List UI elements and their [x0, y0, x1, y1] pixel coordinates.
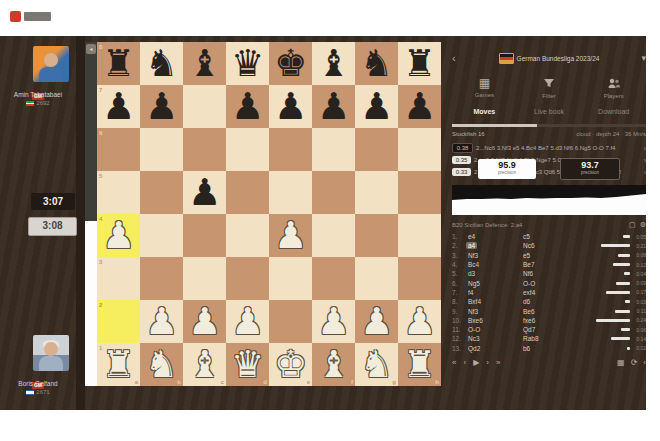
square-f3[interactable]: [312, 257, 355, 300]
black-pawn[interactable]: ♟: [403, 85, 436, 128]
rank-label: 4: [99, 216, 102, 222]
square-f1[interactable]: f♝: [312, 343, 355, 386]
black-knight[interactable]: ♞: [360, 42, 393, 85]
black-move[interactable]: fxe6: [521, 317, 537, 324]
square-h5[interactable]: [398, 171, 441, 214]
square-a7[interactable]: 7♟: [97, 85, 140, 128]
white-move[interactable]: Qd2: [466, 345, 482, 352]
black-pawn[interactable]: ♟: [360, 85, 393, 128]
move-time: 0:08: [576, 252, 646, 258]
black-move[interactable]: Nc6: [521, 242, 537, 249]
move-number: 12.: [452, 335, 466, 342]
square-g2[interactable]: ♟: [355, 300, 398, 343]
move-number: 2.: [452, 242, 466, 249]
square-a4[interactable]: 4♟: [97, 214, 140, 257]
play-button[interactable]: ▶: [473, 358, 479, 367]
white-pawn[interactable]: ♟: [231, 300, 264, 343]
white-pawn[interactable]: ♟: [145, 300, 178, 343]
square-h7[interactable]: ♟: [398, 85, 441, 128]
black-move-cell: Be7: [521, 261, 576, 268]
move-row: 13.Qd2b60:02: [452, 344, 646, 353]
move-number: 4.: [452, 261, 466, 268]
white-move-cell: Bxe6: [466, 317, 521, 324]
logo-text: [24, 12, 51, 21]
move-time: 0:05: [576, 234, 646, 240]
move-list: 1.e4c50:052.a4Nc60:213.Nf3e50:084.Bc4Be7…: [452, 232, 646, 353]
engine-header: Stockfish 16 cloud · depth 24 · 36 Mn/s: [452, 131, 646, 137]
square-b4[interactable]: [140, 214, 183, 257]
white-move-cell: f4: [466, 289, 521, 296]
move-row: 6.Ng5O-O0:09: [452, 278, 646, 287]
square-e5[interactable]: [269, 171, 312, 214]
square-b8[interactable]: ♞: [140, 42, 183, 85]
square-b1[interactable]: b♞: [140, 343, 183, 386]
white-player-clock: 3:08: [28, 217, 77, 236]
funnel-icon: [517, 77, 582, 93]
white-move-cell: Nc3: [466, 335, 521, 342]
square-e8[interactable]: ♚: [269, 42, 312, 85]
black-move-cell: Nf6: [521, 270, 576, 277]
black-pawn[interactable]: ♟: [145, 85, 178, 128]
white-move[interactable]: e4: [466, 233, 477, 240]
black-move[interactable]: d6: [521, 298, 532, 305]
square-f2[interactable]: ♟: [312, 300, 355, 343]
move-row: 5.d3Nf60:04: [452, 269, 646, 278]
white-move-cell: d3: [466, 270, 521, 277]
tab-moves[interactable]: Moves: [452, 108, 517, 115]
square-g1[interactable]: g♞: [355, 343, 398, 386]
move-time: 0:04: [576, 271, 646, 277]
rank-label: 3: [99, 259, 102, 265]
white-move-cell: e4: [466, 233, 521, 240]
white-pawn[interactable]: ♟: [317, 300, 350, 343]
square-e3[interactable]: [269, 257, 312, 300]
square-b6[interactable]: [140, 128, 183, 171]
square-h1[interactable]: h♜: [398, 343, 441, 386]
time-label: 0:12: [632, 262, 646, 268]
square-a8[interactable]: 8♜: [97, 42, 140, 85]
black-player-rating: 2692: [0, 100, 76, 106]
white-pawn[interactable]: ♟: [360, 300, 393, 343]
square-f7[interactable]: ♟: [312, 85, 355, 128]
engine-line[interactable]: 0.38 2...Nc6 3.Nf3 e5 4.Bc4 Be7 5.d3 Nf6…: [452, 142, 646, 154]
rank-label: 6: [99, 130, 102, 136]
first-move-button[interactable]: «: [452, 358, 456, 367]
collapse-board-handle[interactable]: ◂: [86, 44, 96, 54]
square-c7[interactable]: [183, 85, 226, 128]
time-bar: [621, 328, 630, 331]
file-label: f: [351, 379, 353, 385]
black-move-cell: Rab8: [521, 335, 576, 342]
square-e6[interactable]: [269, 128, 312, 171]
black-bishop[interactable]: ♝: [188, 42, 221, 85]
black-move[interactable]: Be7: [521, 261, 537, 268]
sidebar-divider: [76, 36, 85, 410]
file-label: h: [435, 379, 439, 385]
games-button[interactable]: ▦ Games: [452, 76, 517, 99]
board-grid-icon: ▦: [452, 76, 517, 92]
black-move[interactable]: Qd7: [521, 326, 537, 333]
time-label: 0:02: [632, 345, 646, 351]
filter-button[interactable]: Filter: [517, 76, 582, 99]
move-list-header: B20 Sicilian Defence: 2.a4 ▢ ⚙: [452, 221, 646, 229]
square-e7[interactable]: ♟: [269, 85, 312, 128]
expand-icon[interactable]: ▢: [629, 221, 636, 229]
move-number: 7.: [452, 289, 466, 296]
square-c8[interactable]: ♝: [183, 42, 226, 85]
white-pawn[interactable]: ♟: [188, 300, 221, 343]
square-a5[interactable]: 5: [97, 171, 140, 214]
black-knight[interactable]: ♞: [145, 42, 178, 85]
engine-name[interactable]: Stockfish 16: [452, 131, 485, 137]
move-time: 0:17: [576, 289, 646, 295]
square-b3[interactable]: [140, 257, 183, 300]
settings-icon[interactable]: ⚙: [640, 221, 646, 229]
black-move-cell: d6: [521, 298, 576, 305]
square-a2[interactable]: 2: [97, 300, 140, 343]
rank-label: 1: [99, 345, 102, 351]
next-move-button[interactable]: ›: [486, 358, 489, 367]
time-label: 0:17: [632, 289, 646, 295]
white-move-cell: a4: [466, 242, 521, 249]
file-label: a: [135, 379, 138, 385]
rank-label: 5: [99, 173, 102, 179]
file-label: c: [221, 379, 224, 385]
black-move-cell: Be6: [521, 308, 576, 315]
square-c2[interactable]: ♟: [183, 300, 226, 343]
white-bishop[interactable]: ♝: [188, 343, 221, 386]
time-bar: [623, 235, 630, 238]
move-time: 0:12: [576, 262, 646, 268]
white-queen[interactable]: ♛: [231, 343, 264, 386]
file-label: d: [263, 379, 267, 385]
square-g7[interactable]: ♟: [355, 85, 398, 128]
last-move-button[interactable]: »: [496, 358, 500, 367]
move-row: 10.Bxe6fxe60:24: [452, 316, 646, 325]
square-h4[interactable]: [398, 214, 441, 257]
rank-label: 7: [99, 87, 102, 93]
move-number: 13.: [452, 345, 466, 352]
white-move-cell: Bc4: [466, 261, 521, 268]
square-c3[interactable]: [183, 257, 226, 300]
black-rook[interactable]: ♜: [403, 42, 436, 85]
black-pawn[interactable]: ♟: [102, 85, 135, 128]
white-move-cell: Nf3: [466, 252, 521, 259]
square-d1[interactable]: d♛: [226, 343, 269, 386]
file-label: g: [392, 379, 396, 385]
white-move[interactable]: Bxe6: [466, 317, 485, 324]
move-number: 11.: [452, 326, 466, 333]
white-player-rating: 2671: [0, 389, 76, 395]
square-c4[interactable]: [183, 214, 226, 257]
black-player-flag-icon: [26, 101, 34, 106]
white-move-cell: O-O: [466, 326, 521, 333]
square-h3[interactable]: [398, 257, 441, 300]
evaluation-bar-white: [85, 221, 97, 386]
white-move[interactable]: Nf3: [466, 252, 480, 259]
black-king[interactable]: ♚: [274, 42, 307, 85]
black-move-cell: O-O: [521, 280, 576, 287]
square-c5[interactable]: ♟: [183, 171, 226, 214]
move-row: 1.e4c50:05: [452, 232, 646, 241]
move-row: 12.Nc3Rab80:14: [452, 334, 646, 343]
square-b7[interactable]: ♟: [140, 85, 183, 128]
move-row: 11.O-OQd70:06: [452, 325, 646, 334]
black-move-cell: c5: [521, 233, 576, 240]
square-h8[interactable]: ♜: [398, 42, 441, 85]
time-label: 0:21: [632, 243, 646, 249]
black-move-cell: Qd7: [521, 326, 576, 333]
time-label: 0:08: [632, 252, 646, 258]
flip-board-icon[interactable]: ⟳: [631, 358, 638, 367]
eval-badge: 0.38: [452, 143, 473, 153]
square-d3[interactable]: [226, 257, 269, 300]
time-bar: [627, 347, 630, 350]
action-buttons: ▦ Games Filter: [452, 76, 646, 99]
square-f6[interactable]: [312, 128, 355, 171]
black-move-cell: e5: [521, 252, 576, 259]
square-g6[interactable]: [355, 128, 398, 171]
white-move[interactable]: Nf3: [466, 308, 480, 315]
move-time: 0:11: [576, 308, 646, 314]
move-row: 2.a4Nc60:21: [452, 241, 646, 250]
precision-row: 95.9 precision – 93.7 precision: [452, 158, 646, 180]
black-move[interactable]: Nf6: [521, 270, 535, 277]
time-bar: [601, 244, 630, 247]
square-h6[interactable]: [398, 128, 441, 171]
time-label: 0:24: [632, 317, 646, 323]
square-d5[interactable]: [226, 171, 269, 214]
prev-move-button[interactable]: ‹: [463, 358, 466, 367]
move-time: 0:24: [576, 317, 646, 323]
square-g5[interactable]: [355, 171, 398, 214]
black-pawn[interactable]: ♟: [317, 85, 350, 128]
move-number: 1.: [452, 233, 466, 240]
move-row: 8.Bxf4d60:03: [452, 297, 646, 306]
white-pawn[interactable]: ♟: [403, 300, 436, 343]
broadcast-header: ‹ German Bundesliga 2023/24 ▾: [452, 52, 646, 64]
chess-board[interactable]: 8♜♞♝♛♚♝♞♜7♟♟♟♟♟♟♟65♟4♟♟32♟♟♟♟♟♟1a♜b♞c♝d♛…: [97, 42, 441, 386]
time-label: 0:06: [632, 327, 646, 333]
expand-line-icon[interactable]: ›: [644, 145, 646, 152]
move-time: 0:21: [576, 243, 646, 249]
eval-graph-svg: [452, 185, 646, 215]
black-bishop[interactable]: ♝: [317, 42, 350, 85]
move-number: 10.: [452, 317, 466, 324]
move-row: 3.Nf3e50:08: [452, 251, 646, 260]
white-move[interactable]: d3: [466, 270, 477, 277]
time-label: 0:04: [632, 271, 646, 277]
tab-download[interactable]: Download: [581, 108, 646, 115]
black-move[interactable]: b6: [521, 345, 532, 352]
square-c6[interactable]: [183, 128, 226, 171]
white-precision: 95.9 precision: [478, 159, 536, 179]
analysis-progress-bar: [452, 124, 537, 127]
white-move[interactable]: Ng5: [466, 280, 482, 287]
black-player-clock: 3:07: [31, 193, 75, 210]
white-move[interactable]: a4: [466, 242, 477, 249]
white-move[interactable]: f4: [466, 289, 475, 296]
back-icon[interactable]: ‹: [452, 52, 466, 64]
move-row: 9.Nf3Be60:11: [452, 306, 646, 315]
time-bar: [596, 319, 630, 322]
white-move[interactable]: Nc3: [466, 335, 482, 342]
move-time: 0:06: [576, 327, 646, 333]
square-d4[interactable]: [226, 214, 269, 257]
time-bar: [611, 337, 630, 340]
time-bar: [613, 263, 630, 266]
square-f4[interactable]: [312, 214, 355, 257]
panel-tabs: Moves Live book Download: [452, 108, 646, 115]
avatar-white-player: [33, 335, 69, 371]
tab-live-book[interactable]: Live book: [517, 108, 582, 115]
time-label: 0:14: [632, 336, 646, 342]
time-label: 0:09: [632, 280, 646, 286]
square-b2[interactable]: ♟: [140, 300, 183, 343]
square-g8[interactable]: ♞: [355, 42, 398, 85]
move-time: 0:09: [576, 280, 646, 286]
white-pawn[interactable]: ♟: [274, 214, 307, 257]
square-d6[interactable]: [226, 128, 269, 171]
evaluation-graph[interactable]: [452, 185, 646, 215]
white-rook[interactable]: ♜: [403, 343, 436, 386]
avatar-black-player: [33, 46, 69, 82]
white-pawn[interactable]: ♟: [102, 214, 135, 257]
square-f8[interactable]: ♝: [312, 42, 355, 85]
white-bishop[interactable]: ♝: [317, 343, 350, 386]
white-move-cell: Ng5: [466, 280, 521, 287]
square-e1[interactable]: e♚: [269, 343, 312, 386]
black-move-cell: exf4: [521, 289, 576, 296]
black-rook[interactable]: ♜: [102, 42, 135, 85]
move-number: 8.: [452, 298, 466, 305]
black-queen[interactable]: ♛: [231, 42, 264, 85]
black-move[interactable]: c5: [521, 233, 532, 240]
file-label: e: [307, 379, 310, 385]
time-label: 0:11: [632, 308, 646, 314]
right-panel: ‹ German Bundesliga 2023/24 ▾ ▦ Games Fi…: [452, 36, 646, 410]
board-view-icon[interactable]: ▦: [617, 358, 625, 367]
event-selector[interactable]: German Bundesliga 2023/24: [466, 53, 632, 64]
white-move[interactable]: Bxf4: [466, 298, 483, 305]
opening-name: B20 Sicilian Defence: 2.a4: [452, 222, 629, 228]
white-move[interactable]: O-O: [466, 326, 482, 333]
black-move[interactable]: Be6: [521, 308, 537, 315]
time-bar: [624, 272, 630, 275]
white-move-cell: Nf3: [466, 308, 521, 315]
time-label: 0:03: [632, 299, 646, 305]
file-label: b: [177, 379, 181, 385]
engine-info: cloud · depth 24 · 36 Mn/s: [576, 131, 646, 137]
move-time: 0:03: [576, 299, 646, 305]
black-move[interactable]: e5: [521, 252, 532, 259]
move-number: 9.: [452, 308, 466, 315]
white-player-name[interactable]: Boris Gelfand: [0, 380, 76, 388]
black-move[interactable]: Rab8: [521, 335, 541, 342]
black-pawn[interactable]: ♟: [231, 85, 264, 128]
record-icon: [10, 11, 21, 22]
square-d2[interactable]: ♟: [226, 300, 269, 343]
square-h2[interactable]: ♟: [398, 300, 441, 343]
square-g4[interactable]: [355, 214, 398, 257]
players-button[interactable]: Players: [581, 76, 646, 99]
time-bar: [618, 254, 630, 257]
precision-dash: –: [546, 166, 550, 173]
time-bar: [616, 282, 630, 285]
black-move-cell: fxe6: [521, 317, 576, 324]
black-player-name[interactable]: Amin Tabatabaei: [0, 91, 76, 99]
move-number: 6.: [452, 280, 466, 287]
square-b5[interactable]: [140, 171, 183, 214]
black-pawn[interactable]: ♟: [274, 85, 307, 128]
white-rook[interactable]: ♜: [102, 343, 135, 386]
rank-label: 2: [99, 302, 102, 308]
square-c1[interactable]: c♝: [183, 343, 226, 386]
time-bar: [615, 310, 630, 313]
square-a3[interactable]: 3: [97, 257, 140, 300]
time-bar: [606, 291, 630, 294]
time-bar: [625, 300, 630, 303]
screenshot: GM Amin Tabatabaei 2692 3:07 3:08 GM Bor…: [0, 0, 660, 441]
square-e4[interactable]: ♟: [269, 214, 312, 257]
black-move[interactable]: exf4: [521, 289, 537, 296]
black-move-cell: b6: [521, 345, 576, 352]
white-move-cell: Bxf4: [466, 298, 521, 305]
square-d8[interactable]: ♛: [226, 42, 269, 85]
top-left-logo: [10, 11, 51, 22]
move-number: 5.: [452, 270, 466, 277]
collapse-icon[interactable]: ▾: [632, 53, 646, 63]
white-king[interactable]: ♚: [274, 343, 307, 386]
people-icon: [581, 77, 646, 93]
white-knight[interactable]: ♞: [145, 343, 178, 386]
move-row: 4.Bc4Be70:12: [452, 260, 646, 269]
rank-label: 8: [99, 44, 102, 50]
move-number: 3.: [452, 252, 466, 259]
analysis-progress-track: [452, 124, 646, 127]
time-label: 0:05: [632, 234, 646, 240]
square-f5[interactable]: [312, 171, 355, 214]
square-g3[interactable]: [355, 257, 398, 300]
white-player-flag-icon: [26, 390, 34, 395]
black-pawn[interactable]: ♟: [188, 171, 221, 214]
square-e2[interactable]: [269, 300, 312, 343]
square-a6[interactable]: 6: [97, 128, 140, 171]
event-flag-icon: [499, 53, 514, 64]
black-move[interactable]: O-O: [521, 280, 537, 287]
white-knight[interactable]: ♞: [360, 343, 393, 386]
white-move[interactable]: Bc4: [466, 261, 481, 268]
event-name: German Bundesliga 2023/24: [517, 55, 600, 62]
square-a1[interactable]: 1a♜: [97, 343, 140, 386]
black-move-cell: Nc6: [521, 242, 576, 249]
black-precision: 93.7 precision: [560, 158, 620, 180]
share-icon[interactable]: ‹: [643, 358, 646, 367]
move-row: 7.f4exf40:17: [452, 288, 646, 297]
white-move-cell: Qd2: [466, 345, 521, 352]
playback-controls: « ‹ ▶ › » ▦ ⟳ ‹: [452, 358, 646, 367]
move-time: 0:02: [576, 345, 646, 351]
evaluation-bar: [85, 42, 97, 386]
square-d7[interactable]: ♟: [226, 85, 269, 128]
move-time: 0:14: [576, 336, 646, 342]
